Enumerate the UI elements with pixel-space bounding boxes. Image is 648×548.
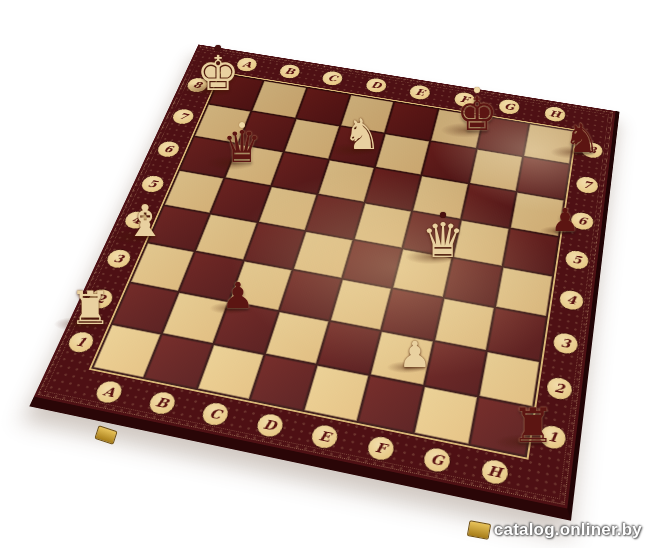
rank-label-8: 8 — [184, 76, 211, 94]
square-g1 — [414, 387, 477, 444]
square-e1 — [304, 365, 368, 421]
square-e4 — [343, 240, 401, 287]
rank-label-5: 5 — [563, 248, 590, 271]
square-h2 — [479, 352, 539, 407]
square-g4 — [444, 258, 501, 306]
square-f1 — [359, 376, 423, 433]
file-label-c: C — [320, 69, 346, 87]
rank-label-7: 7 — [169, 107, 197, 126]
rank-label-3: 3 — [103, 247, 135, 270]
brass-hinge-2 — [467, 520, 491, 540]
square-f4 — [393, 249, 451, 297]
file-label-h: H — [543, 105, 567, 124]
frame-corner-bottom-right — [521, 458, 573, 509]
square-d5 — [306, 195, 363, 239]
square-e3 — [331, 280, 391, 330]
square-h1 — [470, 397, 532, 455]
file-label-b: B — [277, 63, 303, 81]
file-label-a: A — [234, 56, 260, 73]
square-e5 — [355, 203, 412, 248]
product-photo-scene: ABCDEFGH 87654321 87654321 ABCDEFGH ♚♜♝♞… — [0, 0, 648, 548]
file-label-b: B — [145, 389, 179, 417]
rank-label-4: 4 — [121, 209, 152, 231]
chess-board: ABCDEFGH 87654321 87654321 ABCDEFGH — [29, 44, 619, 520]
rank-label-6: 6 — [154, 139, 183, 159]
rank-label-6: 6 — [569, 210, 595, 232]
file-label-a: A — [92, 378, 127, 406]
file-label-f: F — [364, 434, 397, 464]
file-label-f: F — [452, 90, 477, 108]
rank-label-2: 2 — [84, 287, 117, 312]
file-label-g: G — [497, 98, 522, 117]
watermark-text: catalog.onliner.by — [494, 520, 642, 540]
brass-hinge-1 — [94, 425, 117, 444]
square-d3 — [280, 271, 341, 320]
file-label-d: D — [253, 411, 286, 440]
file-label-e: E — [407, 83, 432, 101]
file-label-g: G — [421, 445, 453, 475]
rank-label-5: 5 — [138, 173, 168, 194]
file-label-c: C — [199, 400, 233, 428]
square-f5 — [404, 212, 460, 257]
square-e2 — [318, 321, 380, 374]
square-d6 — [318, 160, 374, 202]
square-d4 — [293, 232, 352, 278]
file-label-h: H — [479, 457, 511, 488]
file-label-d: D — [363, 76, 388, 94]
rank-label-7: 7 — [574, 174, 599, 195]
rank-label-4: 4 — [558, 288, 586, 313]
square-g2 — [425, 341, 486, 395]
square-f3 — [382, 289, 442, 339]
rank-label-2: 2 — [545, 375, 575, 403]
file-label-e: E — [308, 422, 341, 451]
rank-label-1: 1 — [538, 422, 569, 451]
rank-label-8: 8 — [579, 140, 604, 160]
square-g3 — [435, 299, 494, 350]
square-h4 — [496, 267, 552, 316]
rank-label-3: 3 — [551, 330, 580, 356]
rank-label-1: 1 — [64, 329, 98, 355]
square-f2 — [371, 331, 433, 384]
square-h3 — [488, 308, 546, 360]
